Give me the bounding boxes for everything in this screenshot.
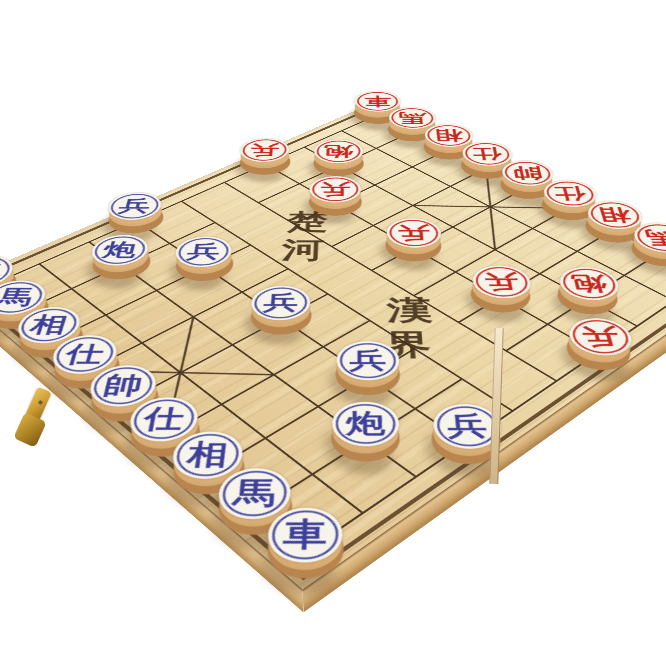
piece-character: 兵 <box>104 192 164 220</box>
piece-character: 炮 <box>87 235 151 266</box>
product-photo-stage: 楚 河 漢 界 車馬相仕帥仕相馬車炮炮兵兵兵兵兵兵兵兵兵兵炮炮車馬相仕帥仕相馬車 <box>0 0 666 654</box>
piece-character: 炮 <box>314 139 364 163</box>
xiangqi-board: 楚 河 漢 界 車馬相仕帥仕相馬車炮炮兵兵兵兵兵兵兵兵兵兵炮炮車馬相仕帥仕相馬車 <box>0 102 666 590</box>
piece-character: 兵 <box>471 265 534 298</box>
piece-character: 兵 <box>309 176 361 202</box>
piece-character: 兵 <box>566 318 637 355</box>
piece-character: 兵 <box>173 236 234 267</box>
clasp-screw <box>38 400 43 405</box>
piece-character: 兵 <box>249 286 311 321</box>
piece-character: 兵 <box>386 218 443 247</box>
piece-character: 兵 <box>336 341 400 380</box>
piece-character: 炮 <box>332 402 400 447</box>
clasp-base <box>13 412 46 447</box>
piece-character: 兵 <box>238 138 290 162</box>
piece-character: 車 <box>266 508 342 563</box>
piece-character: 炮 <box>556 267 623 300</box>
pieces-layer: 車馬相仕帥仕相馬車炮炮兵兵兵兵兵兵兵兵兵兵炮炮車馬相仕帥仕相馬車 <box>0 102 666 590</box>
fold-clasp <box>14 386 72 456</box>
